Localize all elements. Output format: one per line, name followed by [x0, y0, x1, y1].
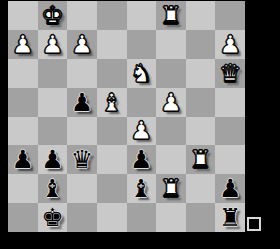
- square-d4[interactable]: [97, 117, 127, 146]
- piece-white-pawn-h7[interactable]: ♟: [215, 30, 245, 59]
- square-e5[interactable]: [127, 88, 157, 117]
- square-e7[interactable]: [127, 30, 157, 59]
- square-a5[interactable]: [8, 88, 38, 117]
- square-c5[interactable]: ♟: [67, 88, 97, 117]
- square-c3[interactable]: ♛: [67, 145, 97, 174]
- app-background: ♚♜♟♟♟♟♞♛♟♝♟♟♟♟♛♟♜♝♝♜♟♚♜: [0, 0, 280, 249]
- square-a3[interactable]: ♟: [8, 145, 38, 174]
- piece-black-king-b1[interactable]: ♚: [38, 203, 68, 232]
- square-f1[interactable]: [156, 203, 186, 232]
- square-g8[interactable]: [186, 1, 216, 30]
- square-b2[interactable]: ♝: [38, 174, 68, 203]
- square-a7[interactable]: ♟: [8, 30, 38, 59]
- piece-white-rook-g3[interactable]: ♜: [186, 145, 216, 174]
- square-e8[interactable]: [127, 1, 157, 30]
- square-g6[interactable]: [186, 59, 216, 88]
- square-d8[interactable]: [97, 1, 127, 30]
- square-d5[interactable]: ♝: [97, 88, 127, 117]
- square-g7[interactable]: [186, 30, 216, 59]
- piece-white-pawn-b7[interactable]: ♟: [38, 30, 68, 59]
- square-g1[interactable]: [186, 203, 216, 232]
- piece-black-queen-c3[interactable]: ♛: [67, 145, 97, 174]
- square-h4[interactable]: [215, 117, 245, 146]
- square-g5[interactable]: [186, 88, 216, 117]
- square-b1[interactable]: ♚: [38, 203, 68, 232]
- piece-white-queen-h6[interactable]: ♛: [215, 59, 245, 88]
- square-d6[interactable]: [97, 59, 127, 88]
- square-b7[interactable]: ♟: [38, 30, 68, 59]
- square-a2[interactable]: [8, 174, 38, 203]
- piece-white-pawn-c7[interactable]: ♟: [67, 30, 97, 59]
- square-c2[interactable]: [67, 174, 97, 203]
- chess-board: ♚♜♟♟♟♟♞♛♟♝♟♟♟♟♛♟♜♝♝♜♟♚♜: [8, 1, 245, 232]
- square-e3[interactable]: ♟: [127, 145, 157, 174]
- square-g4[interactable]: [186, 117, 216, 146]
- square-a1[interactable]: [8, 203, 38, 232]
- square-h5[interactable]: [215, 88, 245, 117]
- square-a8[interactable]: [8, 1, 38, 30]
- piece-black-rook-h1[interactable]: ♜: [215, 203, 245, 232]
- square-e1[interactable]: [127, 203, 157, 232]
- piece-white-pawn-e4[interactable]: ♟: [127, 117, 157, 146]
- square-h7[interactable]: ♟: [215, 30, 245, 59]
- square-b4[interactable]: [38, 117, 68, 146]
- piece-white-king-b8[interactable]: ♚: [38, 1, 68, 30]
- square-f7[interactable]: [156, 30, 186, 59]
- piece-white-pawn-a7[interactable]: ♟: [8, 30, 38, 59]
- square-a6[interactable]: [8, 59, 38, 88]
- piece-white-rook-f2[interactable]: ♜: [156, 174, 186, 203]
- square-c1[interactable]: [67, 203, 97, 232]
- piece-black-bishop-b2[interactable]: ♝: [38, 174, 68, 203]
- square-e2[interactable]: ♝: [127, 174, 157, 203]
- piece-black-pawn-c5[interactable]: ♟: [67, 88, 97, 117]
- square-b3[interactable]: ♟: [38, 145, 68, 174]
- square-b6[interactable]: [38, 59, 68, 88]
- square-h2[interactable]: ♟: [215, 174, 245, 203]
- piece-black-pawn-e3[interactable]: ♟: [127, 145, 157, 174]
- piece-black-pawn-a3[interactable]: ♟: [8, 145, 38, 174]
- square-a4[interactable]: [8, 117, 38, 146]
- square-c8[interactable]: [67, 1, 97, 30]
- square-g2[interactable]: [186, 174, 216, 203]
- piece-black-pawn-b3[interactable]: ♟: [38, 145, 68, 174]
- piece-black-bishop-e2[interactable]: ♝: [127, 174, 157, 203]
- square-d3[interactable]: [97, 145, 127, 174]
- square-f6[interactable]: [156, 59, 186, 88]
- square-c6[interactable]: [67, 59, 97, 88]
- square-f8[interactable]: ♜: [156, 1, 186, 30]
- square-f3[interactable]: [156, 145, 186, 174]
- piece-white-rook-f8[interactable]: ♜: [156, 1, 186, 30]
- piece-white-pawn-f5[interactable]: ♟: [156, 88, 186, 117]
- square-f2[interactable]: ♜: [156, 174, 186, 203]
- square-c4[interactable]: [67, 117, 97, 146]
- piece-white-knight-e6[interactable]: ♞: [127, 59, 157, 88]
- square-b8[interactable]: ♚: [38, 1, 68, 30]
- square-h3[interactable]: [215, 145, 245, 174]
- square-e6[interactable]: ♞: [127, 59, 157, 88]
- square-c7[interactable]: ♟: [67, 30, 97, 59]
- square-f5[interactable]: ♟: [156, 88, 186, 117]
- square-h8[interactable]: [215, 1, 245, 30]
- piece-black-pawn-h2[interactable]: ♟: [215, 174, 245, 203]
- piece-white-bishop-d5[interactable]: ♝: [97, 88, 127, 117]
- square-h1[interactable]: ♜: [215, 203, 245, 232]
- square-b5[interactable]: [38, 88, 68, 117]
- square-d1[interactable]: [97, 203, 127, 232]
- square-d7[interactable]: [97, 30, 127, 59]
- side-to-move-indicator: [247, 217, 261, 231]
- square-e4[interactable]: ♟: [127, 117, 157, 146]
- square-h6[interactable]: ♛: [215, 59, 245, 88]
- square-d2[interactable]: [97, 174, 127, 203]
- square-f4[interactable]: [156, 117, 186, 146]
- square-g3[interactable]: ♜: [186, 145, 216, 174]
